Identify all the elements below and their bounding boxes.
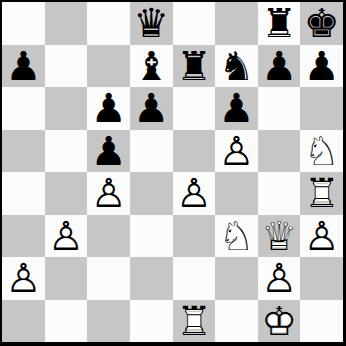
square-g2[interactable]: ♟♙ [258,257,301,300]
square-e8[interactable] [173,2,216,45]
square-d8[interactable]: ♛ [130,2,173,45]
square-g8[interactable]: ♜ [258,2,301,45]
piece-outline-glyph: ♖ [304,172,340,215]
piece-black-rook: ♜ [261,3,297,43]
piece-black-pawn: ♟ [219,88,255,128]
piece-white-pawn: ♟♙ [91,173,127,213]
piece-white-pawn: ♟♙ [304,216,340,256]
square-a7[interactable]: ♟ [2,45,45,88]
square-a3[interactable] [2,215,45,258]
piece-white-king: ♚♔ [261,301,297,341]
square-g6[interactable] [258,87,301,130]
square-a2[interactable]: ♟♙ [2,257,45,300]
square-a6[interactable] [2,87,45,130]
piece-outline-glyph: ♔ [261,300,297,343]
piece-black-knight: ♞ [219,46,255,86]
piece-white-queen: ♛♕ [261,216,297,256]
square-f6[interactable]: ♟ [215,87,258,130]
piece-outline-glyph: ♘ [304,130,340,173]
square-b6[interactable] [45,87,88,130]
square-d5[interactable] [130,130,173,173]
square-g3[interactable]: ♛♕ [258,215,301,258]
piece-white-rook: ♜♖ [176,301,212,341]
square-b7[interactable] [45,45,88,88]
piece-white-pawn: ♟♙ [48,216,84,256]
square-h6[interactable] [300,87,343,130]
square-a1[interactable] [2,300,45,343]
square-g5[interactable] [258,130,301,173]
square-e2[interactable] [173,257,216,300]
piece-white-rook: ♜♖ [304,173,340,213]
piece-outline-glyph: ♖ [176,300,212,343]
piece-black-pawn: ♟ [261,46,297,86]
square-f8[interactable] [215,2,258,45]
square-b2[interactable] [45,257,88,300]
square-g1[interactable]: ♚♔ [258,300,301,343]
square-f4[interactable] [215,172,258,215]
chess-board: ♛♜♚♟♝♜♞♟♟♟♟♟♟♟♙♞♘♟♙♟♙♜♖♟♙♞♘♛♕♟♙♟♙♟♙♜♖♚♔ [2,2,343,342]
square-c5[interactable]: ♟ [87,130,130,173]
chess-board-frame: ♛♜♚♟♝♜♞♟♟♟♟♟♟♟♙♞♘♟♙♟♙♜♖♟♙♞♘♛♕♟♙♟♙♟♙♜♖♚♔ [0,0,346,346]
square-d4[interactable] [130,172,173,215]
piece-black-king: ♚ [304,3,340,43]
square-d6[interactable]: ♟ [130,87,173,130]
square-e4[interactable]: ♟♙ [173,172,216,215]
square-f1[interactable] [215,300,258,343]
piece-outline-glyph: ♘ [219,215,255,258]
square-c2[interactable] [87,257,130,300]
square-d2[interactable] [130,257,173,300]
square-a4[interactable] [2,172,45,215]
piece-black-bishop: ♝ [133,46,169,86]
square-h3[interactable]: ♟♙ [300,215,343,258]
piece-white-knight: ♞♘ [304,131,340,171]
square-d3[interactable] [130,215,173,258]
square-e3[interactable] [173,215,216,258]
piece-outline-glyph: ♙ [261,257,297,300]
piece-white-pawn: ♟♙ [176,173,212,213]
square-b1[interactable] [45,300,88,343]
square-b8[interactable] [45,2,88,45]
square-f2[interactable] [215,257,258,300]
square-g7[interactable]: ♟ [258,45,301,88]
square-c6[interactable]: ♟ [87,87,130,130]
square-b4[interactable] [45,172,88,215]
piece-black-pawn: ♟ [91,88,127,128]
piece-white-pawn: ♟♙ [5,258,41,298]
square-e7[interactable]: ♜ [173,45,216,88]
square-f5[interactable]: ♟♙ [215,130,258,173]
piece-black-queen: ♛ [133,3,169,43]
piece-black-pawn: ♟ [5,46,41,86]
square-b3[interactable]: ♟♙ [45,215,88,258]
piece-black-pawn: ♟ [304,46,340,86]
piece-white-pawn: ♟♙ [219,131,255,171]
square-d1[interactable] [130,300,173,343]
square-a8[interactable] [2,2,45,45]
square-e6[interactable] [173,87,216,130]
square-e1[interactable]: ♜♖ [173,300,216,343]
piece-outline-glyph: ♙ [91,172,127,215]
piece-white-knight: ♞♘ [219,216,255,256]
square-b5[interactable] [45,130,88,173]
square-h1[interactable] [300,300,343,343]
square-f7[interactable]: ♞ [215,45,258,88]
piece-outline-glyph: ♙ [48,215,84,258]
square-c7[interactable] [87,45,130,88]
square-h2[interactable] [300,257,343,300]
piece-outline-glyph: ♕ [261,215,297,258]
square-h7[interactable]: ♟ [300,45,343,88]
square-c4[interactable]: ♟♙ [87,172,130,215]
square-h4[interactable]: ♜♖ [300,172,343,215]
square-a5[interactable] [2,130,45,173]
piece-black-pawn: ♟ [133,88,169,128]
piece-outline-glyph: ♙ [219,130,255,173]
square-e5[interactable] [173,130,216,173]
square-h5[interactable]: ♞♘ [300,130,343,173]
square-c3[interactable] [87,215,130,258]
piece-white-pawn: ♟♙ [261,258,297,298]
piece-outline-glyph: ♙ [176,172,212,215]
piece-black-rook: ♜ [176,46,212,86]
square-d7[interactable]: ♝ [130,45,173,88]
square-g4[interactable] [258,172,301,215]
square-h8[interactable]: ♚ [300,2,343,45]
square-c8[interactable] [87,2,130,45]
square-f3[interactable]: ♞♘ [215,215,258,258]
piece-outline-glyph: ♙ [304,215,340,258]
piece-black-pawn: ♟ [91,131,127,171]
piece-outline-glyph: ♙ [5,257,41,300]
square-c1[interactable] [87,300,130,343]
